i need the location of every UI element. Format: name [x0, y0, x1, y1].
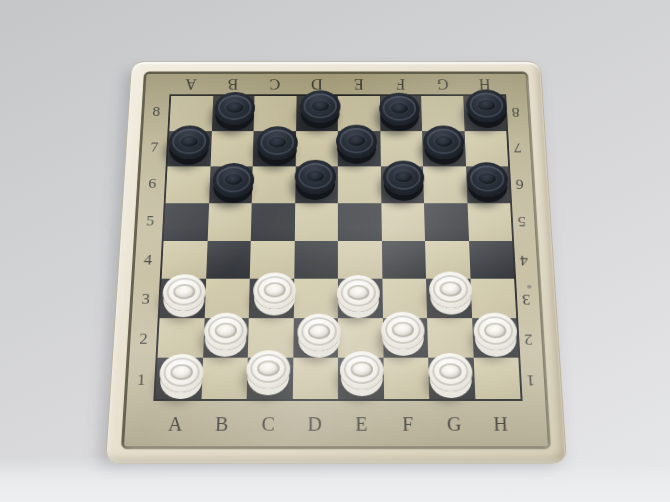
square-h7[interactable]: [464, 131, 508, 167]
square-b4[interactable]: [206, 241, 251, 279]
white-checker-a3[interactable]: ⛀: [162, 274, 206, 311]
rank-label-left-7: 7: [141, 130, 168, 166]
file-label-top-c: C: [254, 74, 296, 94]
square-c8[interactable]: [254, 96, 297, 131]
white-checker-f2[interactable]: ⛀: [381, 311, 425, 348]
square-d2[interactable]: ⛀: [293, 318, 338, 358]
square-b1[interactable]: [201, 358, 248, 399]
white-checker-a1[interactable]: ⛀: [159, 354, 205, 392]
square-c7[interactable]: ⛂: [253, 131, 296, 167]
rank-label-right-4: 4: [510, 241, 538, 280]
black-checker-a7[interactable]: ⛂: [168, 126, 210, 159]
playing-area: ⛂⛂⛂⛂⛂⛂⛂⛂⛂⛂⛂⛂⛀⛀⛀⛀⛀⛀⛀⛀⛀⛀⛀⛀: [153, 94, 522, 401]
rank-label-right-6: 6: [506, 166, 533, 203]
square-c3[interactable]: ⛀: [249, 279, 294, 318]
file-label-bottom-f: F: [384, 399, 431, 446]
black-checker-f6[interactable]: ⛂: [382, 161, 424, 195]
white-checker-e1[interactable]: ⛀: [340, 351, 384, 389]
rank-label-left-8: 8: [143, 94, 169, 129]
square-d5[interactable]: [294, 203, 338, 240]
dust-speck: [527, 285, 532, 289]
file-label-bottom-b: B: [198, 399, 246, 446]
square-b6[interactable]: ⛂: [209, 167, 253, 204]
rank-label-left-4: 4: [134, 241, 162, 280]
square-g2[interactable]: [427, 318, 473, 358]
black-checker-d6[interactable]: ⛂: [294, 160, 336, 194]
black-checker-d8[interactable]: ⛂: [300, 90, 341, 123]
square-d1[interactable]: [292, 358, 338, 399]
square-a3[interactable]: ⛀: [160, 279, 206, 318]
rank-label-left-6: 6: [139, 166, 166, 203]
file-label-bottom-c: C: [244, 399, 291, 446]
black-checker-h6[interactable]: ⛂: [466, 162, 509, 196]
white-checker-d2[interactable]: ⛀: [297, 313, 341, 351]
rank-label-right-8: 8: [503, 94, 529, 129]
square-f1[interactable]: [383, 358, 429, 399]
file-label-top-e: E: [338, 74, 380, 94]
square-d4[interactable]: [294, 241, 338, 279]
square-f4[interactable]: [381, 241, 426, 279]
rank-label-left-3: 3: [132, 279, 160, 319]
square-e3[interactable]: ⛀: [338, 279, 383, 318]
white-checker-e3[interactable]: ⛀: [337, 275, 380, 312]
rank-label-right-1: 1: [516, 359, 545, 401]
square-g3[interactable]: ⛀: [426, 279, 472, 318]
file-label-bottom-d: D: [291, 399, 338, 446]
file-label-top-f: F: [380, 74, 422, 94]
white-checker-g1[interactable]: ⛀: [428, 353, 473, 391]
square-a1[interactable]: ⛀: [155, 358, 202, 399]
square-d6[interactable]: ⛂: [295, 167, 338, 204]
file-label-bottom-a: A: [151, 399, 200, 446]
black-checker-b8[interactable]: ⛂: [214, 92, 256, 125]
black-checker-f8[interactable]: ⛂: [379, 93, 420, 126]
square-e7[interactable]: ⛂: [338, 131, 381, 167]
square-h5[interactable]: [467, 203, 512, 240]
square-f8[interactable]: ⛂: [379, 96, 422, 131]
square-f5[interactable]: [381, 203, 425, 240]
square-f6[interactable]: ⛂: [380, 167, 424, 204]
rank-label-left-5: 5: [136, 203, 163, 241]
checkers-board: ABCDEFGH ABCDEFGH 87654321 87654321 ⛂⛂⛂⛂…: [124, 74, 548, 446]
square-e5[interactable]: [338, 203, 382, 240]
square-b8[interactable]: ⛂: [211, 96, 254, 131]
file-label-bottom-h: H: [476, 399, 525, 446]
square-d3[interactable]: [293, 279, 338, 318]
square-c6[interactable]: [252, 167, 296, 204]
file-labels-bottom: ABCDEFGH: [151, 399, 525, 446]
square-h1[interactable]: [473, 358, 520, 399]
photo-background: { "game": { "name": "checkers (draughts)…: [0, 0, 670, 502]
square-e1[interactable]: ⛀: [338, 358, 384, 399]
square-a6[interactable]: [166, 167, 210, 204]
file-label-bottom-e: E: [338, 399, 385, 446]
white-checker-g3[interactable]: ⛀: [429, 272, 473, 309]
black-checker-h8[interactable]: ⛂: [465, 89, 507, 122]
rank-label-right-7: 7: [504, 130, 531, 166]
square-c5[interactable]: [251, 203, 295, 240]
black-checker-c7[interactable]: ⛂: [257, 127, 299, 160]
rank-label-left-2: 2: [129, 319, 157, 360]
square-b2[interactable]: ⛀: [203, 318, 249, 358]
board-well: ABCDEFGH ABCDEFGH 87654321 87654321 ⛂⛂⛂⛂…: [121, 72, 551, 450]
square-b7[interactable]: [210, 131, 254, 167]
square-f2[interactable]: ⛀: [382, 318, 428, 358]
file-label-top-g: G: [421, 74, 464, 94]
white-checker-h2[interactable]: ⛀: [473, 312, 518, 350]
square-h2[interactable]: ⛀: [472, 318, 519, 358]
square-g1[interactable]: ⛀: [428, 358, 475, 399]
square-e4[interactable]: [338, 241, 382, 279]
square-a4[interactable]: [162, 241, 208, 279]
black-checker-e7[interactable]: ⛂: [336, 125, 377, 158]
square-b5[interactable]: [207, 203, 252, 240]
square-d8[interactable]: ⛂: [296, 96, 338, 131]
white-checker-b2[interactable]: ⛀: [203, 312, 248, 350]
scene: ABCDEFGH ABCDEFGH 87654321 87654321 ⛂⛂⛂⛂…: [0, 0, 670, 502]
file-labels-top: ABCDEFGH: [169, 74, 506, 94]
rank-label-right-2: 2: [514, 319, 542, 360]
white-checker-c3[interactable]: ⛀: [253, 272, 296, 309]
rank-label-left-1: 1: [127, 359, 156, 401]
square-e6[interactable]: [338, 167, 381, 204]
square-g5[interactable]: [424, 203, 469, 240]
square-a5[interactable]: [164, 203, 209, 240]
square-h4[interactable]: [469, 241, 515, 279]
white-checker-c1[interactable]: ⛀: [246, 350, 291, 388]
square-g6[interactable]: [423, 167, 467, 204]
square-g7[interactable]: ⛂: [422, 131, 466, 167]
black-checker-g7[interactable]: ⛂: [423, 126, 465, 159]
file-label-bottom-g: G: [430, 399, 478, 446]
black-checker-b6[interactable]: ⛂: [212, 163, 254, 197]
plastic-tray: ABCDEFGH ABCDEFGH 87654321 87654321 ⛂⛂⛂⛂…: [105, 61, 567, 464]
square-a7[interactable]: ⛂: [167, 131, 211, 167]
square-a2[interactable]: [158, 318, 205, 358]
square-h8[interactable]: ⛂: [463, 96, 507, 131]
file-label-top-a: A: [169, 74, 212, 94]
square-c1[interactable]: ⛀: [247, 358, 293, 399]
square-h6[interactable]: ⛂: [466, 167, 511, 204]
rank-label-right-5: 5: [508, 203, 535, 241]
